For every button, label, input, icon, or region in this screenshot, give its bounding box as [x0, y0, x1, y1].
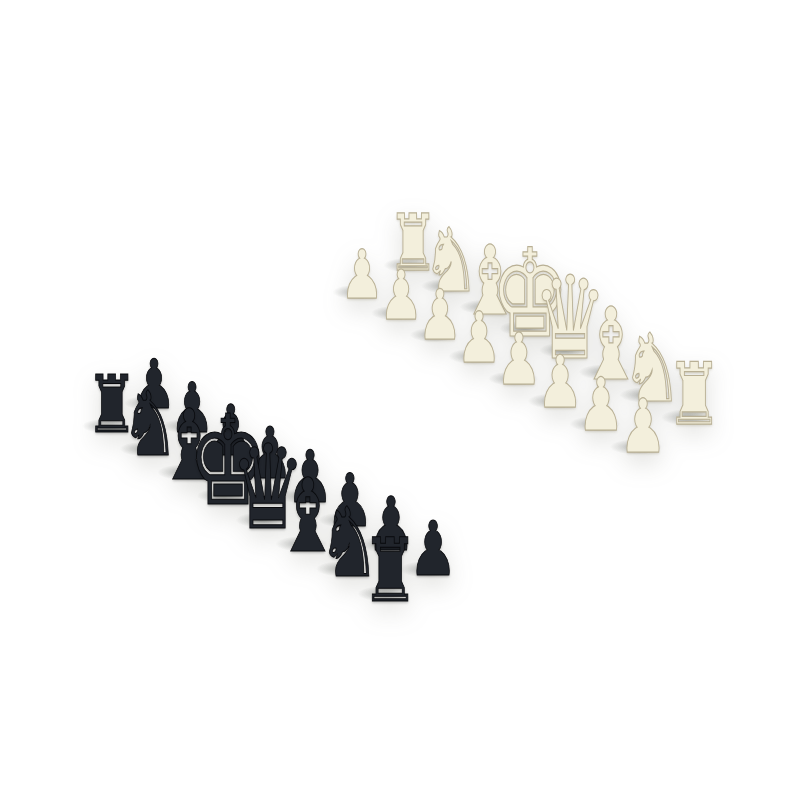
square-a3[interactable] — [557, 449, 639, 496]
piece-shadow — [275, 536, 328, 552]
piece-shadow — [421, 278, 470, 293]
piece-black-pawn-f7[interactable]: ♟ — [208, 396, 253, 466]
piece-shadow — [196, 488, 248, 504]
square-g8[interactable] — [110, 425, 191, 471]
square-f8[interactable] — [148, 448, 229, 495]
square-c7[interactable] — [309, 495, 392, 543]
board-playing-area — [72, 252, 718, 618]
piece-shadow — [161, 418, 211, 433]
file-label-black-side-c: c — [261, 552, 291, 569]
file-label-black-side-b: b — [302, 577, 332, 595]
piece-shadow — [277, 488, 329, 504]
file-label-white-side-g: g — [450, 271, 477, 286]
square-d4[interactable] — [394, 403, 475, 449]
piece-shadow — [356, 585, 411, 602]
square-a2[interactable] — [597, 426, 679, 472]
square-g7[interactable] — [152, 403, 232, 449]
square-f4[interactable] — [315, 358, 395, 402]
rank-label-h-file-3: 3 — [276, 292, 304, 307]
file-label-black-side-d: d — [221, 528, 250, 545]
file-label-white-side-b: b — [650, 379, 679, 395]
square-d1[interactable] — [514, 337, 594, 381]
piece-white-pawn-f2[interactable]: ♟ — [417, 282, 462, 351]
piece-white-pawn-c2[interactable]: ♟ — [537, 346, 584, 418]
rank-label-a-file-8: 8 — [407, 603, 437, 621]
file-label-black-side-h: h — [66, 434, 95, 450]
square-g4[interactable] — [276, 337, 355, 381]
square-a6[interactable] — [433, 519, 517, 568]
square-h4[interactable] — [238, 315, 316, 358]
piece-shadow — [660, 409, 714, 425]
piece-black-queen-d8[interactable]: ♛ — [230, 429, 305, 546]
piece-shadow — [119, 441, 169, 456]
piece-shadow — [399, 561, 454, 578]
square-c1[interactable] — [554, 359, 634, 404]
square-b5[interactable] — [434, 472, 517, 520]
square-g2[interactable] — [357, 294, 435, 337]
square-e6[interactable] — [272, 425, 353, 471]
square-d8[interactable] — [226, 495, 309, 543]
piece-shadow — [235, 512, 287, 528]
piece-white-queen-d1[interactable]: ♛ — [533, 261, 607, 376]
piece-shadow — [448, 349, 499, 364]
piece-white-king-e1[interactable]: ♚ — [491, 233, 570, 355]
square-h7[interactable] — [114, 380, 194, 425]
piece-shadow — [315, 561, 369, 577]
rank-label-h-file-8: 8 — [70, 400, 98, 416]
board-coordinate-labels: aa88bb77cc66dd55ee44ff33gg22hh11 — [33, 425, 389, 643]
piece-shadow — [238, 465, 289, 481]
piece-white-knight-g1[interactable]: ♞ — [423, 218, 480, 306]
square-f7[interactable] — [191, 425, 272, 471]
piece-black-rook-a8[interactable]: ♜ — [362, 526, 419, 614]
square-c4[interactable] — [434, 426, 515, 472]
square-g1[interactable] — [396, 273, 474, 315]
board-frame-line — [65, 248, 725, 622]
square-f6[interactable] — [233, 403, 314, 449]
chessboard-scene: aa88bb77cc66dd55ee44ff33gg22hh11 ♜♞♝♛♚♝♞… — [0, 0, 800, 800]
square-b1[interactable] — [595, 381, 676, 426]
file-label-black-side-a: a — [344, 602, 374, 620]
square-e5[interactable] — [313, 403, 394, 449]
file-label-white-side-c: c — [609, 356, 637, 372]
piece-white-rook-h1[interactable]: ♜ — [388, 205, 439, 283]
file-label-white-side-d: d — [569, 335, 597, 350]
square-d5[interactable] — [353, 425, 434, 471]
square-h6[interactable] — [156, 358, 235, 402]
square-e1[interactable] — [474, 315, 553, 358]
piece-white-bishop-f1[interactable]: ♝ — [459, 233, 521, 329]
square-b8[interactable] — [307, 543, 391, 592]
rank-label-a-file-7: 7 — [449, 578, 479, 596]
piece-shadow — [527, 393, 579, 409]
piece-black-bishop-c8[interactable]: ♝ — [275, 465, 341, 567]
rank-label-h-file-2: 2 — [315, 271, 342, 286]
square-h1[interactable] — [358, 252, 435, 294]
piece-shadow — [332, 284, 381, 299]
file-label-white-side-e: e — [529, 313, 557, 328]
rank-label-h-file-5: 5 — [195, 334, 223, 349]
vinyl-sheen — [72, 252, 718, 618]
square-b4[interactable] — [475, 449, 557, 496]
piece-shadow — [498, 321, 549, 336]
square-d3[interactable] — [434, 381, 514, 426]
piece-shadow — [459, 299, 509, 314]
piece-shadow — [609, 439, 663, 455]
square-a4[interactable] — [516, 472, 599, 520]
square-c3[interactable] — [475, 403, 556, 449]
piece-black-pawn-h7[interactable]: ♟ — [132, 351, 176, 419]
piece-white-pawn-a2[interactable]: ♟ — [619, 390, 667, 464]
square-e7[interactable] — [230, 448, 312, 495]
file-label-white-side-a: a — [692, 401, 721, 417]
square-f5[interactable] — [274, 380, 354, 425]
square-b2[interactable] — [556, 403, 637, 449]
piece-black-pawn-g7[interactable]: ♟ — [170, 373, 215, 442]
piece-shadow — [538, 342, 589, 358]
file-label-black-side-g: g — [104, 457, 133, 474]
square-f1[interactable] — [435, 294, 513, 337]
pieces-layer: ♜♞♝♛♚♝♞♜♟♟♟♟♟♟♟♟♟♟♟♟♟♟♟♟♜♞♝♛♚♝♞♜ — [0, 0, 800, 800]
square-e4[interactable] — [354, 380, 434, 425]
piece-shadow — [370, 306, 420, 321]
square-c2[interactable] — [515, 381, 596, 426]
file-label-black-side-f: f — [143, 480, 172, 497]
piece-black-rook-h8[interactable]: ♜ — [86, 365, 137, 445]
square-b7[interactable] — [350, 519, 433, 568]
file-label-white-side-h: h — [412, 250, 439, 265]
piece-shadow — [317, 512, 370, 528]
rank-label-h-file-7: 7 — [112, 378, 140, 394]
square-c6[interactable] — [351, 472, 433, 519]
rank-label-a-file-1: 1 — [694, 435, 723, 451]
square-b3[interactable] — [515, 426, 597, 472]
square-d2[interactable] — [474, 358, 554, 403]
piece-white-pawn-d2[interactable]: ♟ — [496, 324, 542, 395]
piece-shadow — [199, 441, 250, 456]
square-f3[interactable] — [355, 337, 434, 381]
piece-black-pawn-d7[interactable]: ♟ — [287, 441, 334, 513]
square-g6[interactable] — [194, 380, 274, 425]
rank-label-h-file-1: 1 — [355, 250, 382, 265]
file-label-black-side-e: e — [182, 504, 211, 521]
piece-shadow — [619, 387, 672, 403]
piece-shadow — [487, 371, 539, 387]
square-d7[interactable] — [269, 472, 351, 519]
square-d6[interactable] — [311, 448, 393, 495]
square-h2[interactable] — [319, 273, 397, 315]
square-h5[interactable] — [197, 336, 276, 380]
square-a5[interactable] — [475, 496, 558, 544]
piece-white-knight-b1[interactable]: ♞ — [621, 322, 682, 416]
square-a7[interactable] — [391, 544, 475, 593]
rank-label-h-file-6: 6 — [154, 356, 182, 372]
piece-shadow — [578, 364, 630, 380]
square-e2[interactable] — [435, 337, 514, 381]
piece-shadow — [568, 416, 621, 432]
piece-black-bishop-f8[interactable]: ♝ — [157, 397, 220, 495]
piece-shadow — [408, 327, 458, 342]
square-f2[interactable] — [395, 315, 474, 358]
piece-shadow — [123, 396, 172, 411]
square-c8[interactable] — [266, 519, 349, 568]
square-e3[interactable] — [395, 358, 475, 402]
piece-white-bishop-c1[interactable]: ♝ — [578, 295, 643, 395]
piece-white-rook-a1[interactable]: ♜ — [666, 351, 722, 437]
square-e8[interactable] — [187, 471, 269, 518]
rank-label-a-file-3: 3 — [615, 481, 644, 498]
piece-black-pawn-e7[interactable]: ♟ — [247, 418, 293, 489]
piece-shadow — [81, 418, 130, 433]
square-h8[interactable] — [72, 402, 152, 447]
chess-set-photo: aa88bb77cc66dd55ee44ff33gg22hh11 ♜♞♝♛♚♝♞… — [0, 0, 800, 800]
rank-label-a-file-6: 6 — [491, 553, 521, 570]
piece-shadow — [157, 464, 208, 479]
square-h3[interactable] — [279, 294, 357, 337]
square-g5[interactable] — [235, 358, 314, 402]
piece-black-knight-b8[interactable]: ♞ — [318, 495, 380, 591]
piece-black-knight-g8[interactable]: ♞ — [121, 380, 179, 470]
square-a8[interactable] — [348, 568, 433, 618]
piece-white-pawn-g2[interactable]: ♟ — [379, 261, 423, 330]
square-c5[interactable] — [393, 449, 475, 496]
square-a1[interactable] — [637, 403, 718, 449]
piece-black-king-e8[interactable]: ♚ — [188, 399, 268, 523]
piece-black-pawn-a7[interactable]: ♟ — [409, 512, 458, 587]
piece-black-pawn-b7[interactable]: ♟ — [367, 488, 415, 562]
rank-label-h-file-4: 4 — [236, 313, 264, 328]
piece-white-pawn-b2[interactable]: ♟ — [577, 368, 624, 441]
square-b6[interactable] — [392, 495, 475, 543]
piece-black-pawn-c7[interactable]: ♟ — [327, 464, 374, 537]
rank-label-a-file-5: 5 — [533, 529, 563, 546]
square-g3[interactable] — [317, 315, 396, 358]
rank-label-a-file-2: 2 — [655, 458, 684, 475]
rank-label-a-file-4: 4 — [574, 505, 604, 522]
piece-shadow — [382, 257, 431, 272]
piece-white-pawn-e2[interactable]: ♟ — [457, 303, 502, 373]
piece-shadow — [358, 536, 412, 552]
file-label-white-side-f: f — [489, 292, 517, 307]
board-grid — [72, 252, 718, 618]
vinyl-chess-mat: aa88bb77cc66dd55ee44ff33gg22hh11 — [33, 232, 757, 643]
piece-white-pawn-h2[interactable]: ♟ — [341, 240, 385, 308]
